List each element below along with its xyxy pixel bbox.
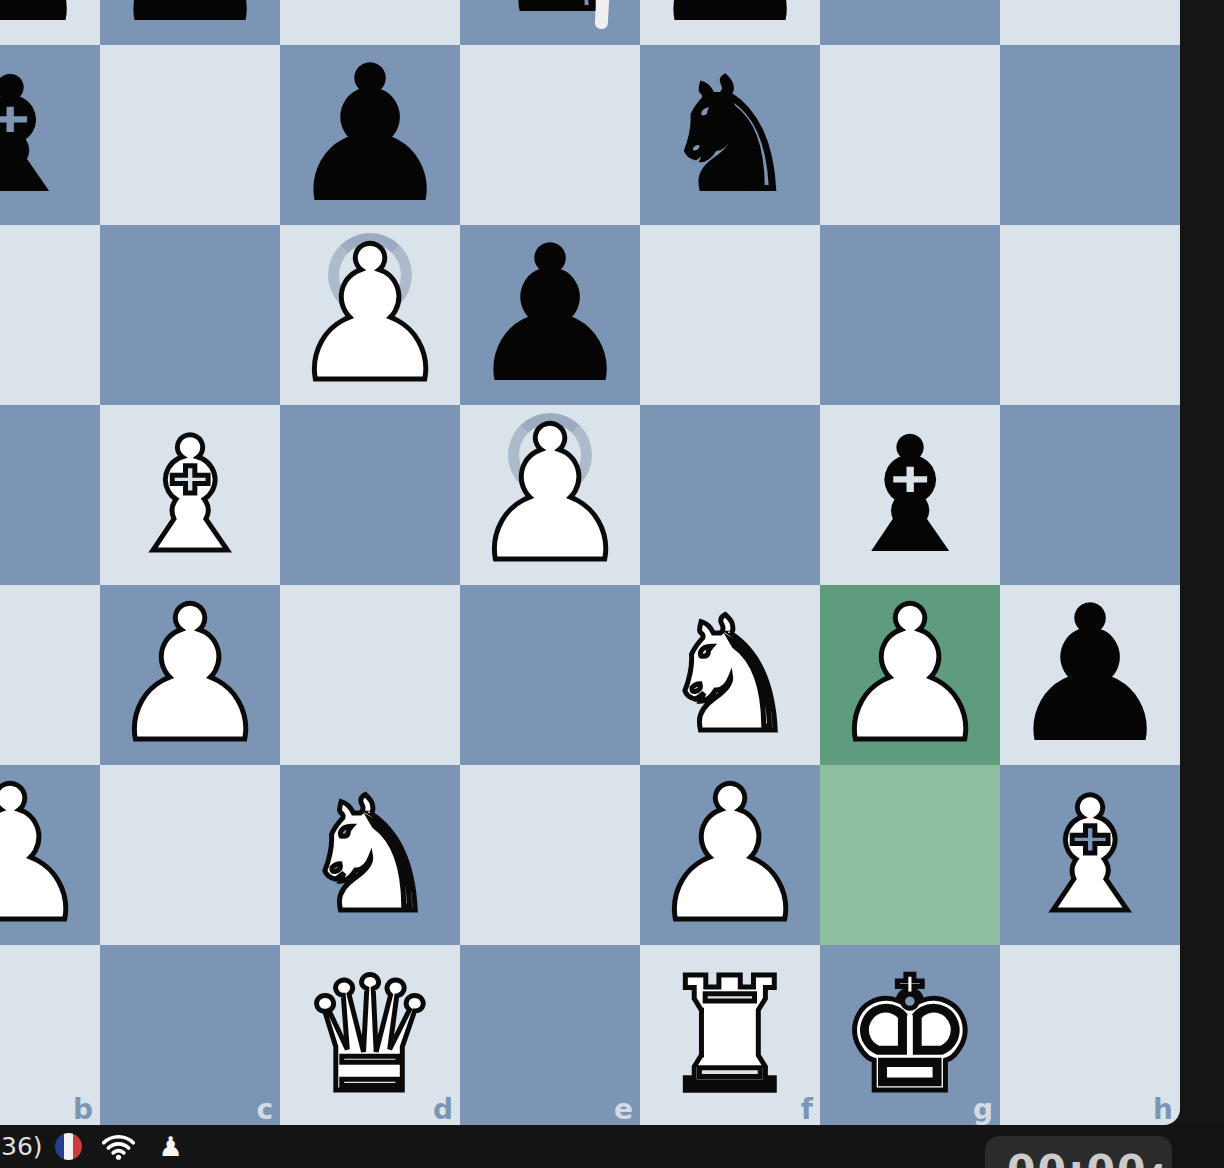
square-g4[interactable]: ♝ <box>820 405 1000 585</box>
square-c6[interactable] <box>100 45 280 225</box>
piece-black-bishop[interactable]: ♝ <box>0 45 100 225</box>
square-e5[interactable]: ♟ <box>460 225 640 405</box>
piece-black-pawn[interactable]: ♟ <box>460 225 640 405</box>
square-g2[interactable] <box>820 765 1000 945</box>
square-e4[interactable]: ♟ <box>460 405 640 585</box>
square-h3[interactable]: ♟ <box>1000 585 1180 765</box>
menu-bar-text: 36) <box>1 1132 43 1161</box>
piece-black-pawn[interactable]: ♟ <box>280 45 460 225</box>
bottom-menu-bar: 36) ♟ 00:004 <box>0 1125 1224 1168</box>
square-b1[interactable]: b <box>0 945 100 1125</box>
square-h6[interactable] <box>1000 45 1180 225</box>
square-e2[interactable] <box>460 765 640 945</box>
piece-white-knight[interactable]: ♞ <box>280 765 460 945</box>
file-label-b: b <box>73 1096 93 1124</box>
piece-black-pawn[interactable]: ♟ <box>0 0 100 45</box>
piece-black-pawn[interactable]: ♟ <box>100 0 280 45</box>
piece-white-pawn[interactable]: ♟ <box>0 765 100 945</box>
square-b6[interactable]: ♝ <box>0 45 100 225</box>
square-f2[interactable]: ♟ <box>640 765 820 945</box>
square-h2[interactable]: ♝ <box>1000 765 1180 945</box>
piece-white-pawn[interactable]: ♟ <box>640 765 820 945</box>
file-label-c: c <box>256 1096 273 1124</box>
chess-board: ♟♟♞♟♝♟♞♟♟♝♟♝♟♞♟♟♟♞♟♝abc♛de♜f♚gh <box>0 0 1180 1125</box>
square-h1[interactable]: h <box>1000 945 1180 1125</box>
piece-black-knight[interactable]: ♞ <box>640 45 820 225</box>
square-d3[interactable] <box>280 585 460 765</box>
square-f1[interactable]: ♜f <box>640 945 820 1125</box>
clock-time: 00:004 <box>1007 1150 1166 1168</box>
french-flag-icon[interactable] <box>55 1133 82 1160</box>
square-e1[interactable]: e <box>460 945 640 1125</box>
square-e7[interactable]: ♞ <box>460 0 640 45</box>
piece-white-pawn[interactable]: ♟ <box>100 585 280 765</box>
piece-black-pawn[interactable]: ♟ <box>640 0 820 45</box>
file-label-d: d <box>433 1096 453 1124</box>
file-label-g: g <box>973 1096 993 1124</box>
chess-board-viewport: ♟♟♞♟♝♟♞♟♟♝♟♝♟♞♟♟♟♞♟♝abc♛de♜f♚gh <box>0 0 1224 1125</box>
square-d4[interactable] <box>280 405 460 585</box>
square-h4[interactable] <box>1000 405 1180 585</box>
file-label-h: h <box>1153 1096 1173 1124</box>
square-e3[interactable] <box>460 585 640 765</box>
piece-white-pawn[interactable]: ♟ <box>460 405 640 585</box>
square-h7[interactable] <box>1000 0 1180 45</box>
square-b3[interactable] <box>0 585 100 765</box>
square-c1[interactable]: c <box>100 945 280 1125</box>
file-label-e: e <box>614 1096 633 1124</box>
square-f4[interactable] <box>640 405 820 585</box>
square-c2[interactable] <box>100 765 280 945</box>
square-f5[interactable] <box>640 225 820 405</box>
wifi-icon[interactable] <box>102 1134 135 1160</box>
square-h5[interactable] <box>1000 225 1180 405</box>
piece-black-knight[interactable]: ♞ <box>460 0 640 45</box>
piece-white-knight[interactable]: ♞ <box>640 585 820 765</box>
chess-pawn-icon[interactable]: ♟ <box>159 1133 183 1160</box>
square-g5[interactable] <box>820 225 1000 405</box>
square-f3[interactable]: ♞ <box>640 585 820 765</box>
piece-black-bishop[interactable]: ♝ <box>820 405 1000 585</box>
square-b7[interactable]: ♟ <box>0 0 100 45</box>
square-g6[interactable] <box>820 45 1000 225</box>
square-c7[interactable]: ♟ <box>100 0 280 45</box>
square-b5[interactable] <box>0 225 100 405</box>
square-e6[interactable] <box>460 45 640 225</box>
square-g3[interactable]: ♟ <box>820 585 1000 765</box>
square-c4[interactable]: ♝ <box>100 405 280 585</box>
clock-widget: 00:004 <box>985 1136 1172 1168</box>
square-f7[interactable]: ♟ <box>640 0 820 45</box>
file-label-f: f <box>801 1096 813 1124</box>
piece-white-rook[interactable]: ♜ <box>640 945 820 1125</box>
square-g1[interactable]: ♚g <box>820 945 1000 1125</box>
square-f6[interactable]: ♞ <box>640 45 820 225</box>
piece-white-pawn[interactable]: ♟ <box>280 225 460 405</box>
square-d1[interactable]: ♛d <box>280 945 460 1125</box>
piece-white-bishop[interactable]: ♝ <box>1000 765 1180 945</box>
square-c5[interactable] <box>100 225 280 405</box>
square-c3[interactable]: ♟ <box>100 585 280 765</box>
square-b2[interactable]: ♟ <box>0 765 100 945</box>
square-d5[interactable]: ♟ <box>280 225 460 405</box>
square-d6[interactable]: ♟ <box>280 45 460 225</box>
piece-white-bishop[interactable]: ♝ <box>100 405 280 585</box>
piece-black-pawn[interactable]: ♟ <box>1000 585 1180 765</box>
square-g7[interactable] <box>820 0 1000 45</box>
piece-white-pawn[interactable]: ♟ <box>820 585 1000 765</box>
square-b4[interactable] <box>0 405 100 585</box>
square-d2[interactable]: ♞ <box>280 765 460 945</box>
